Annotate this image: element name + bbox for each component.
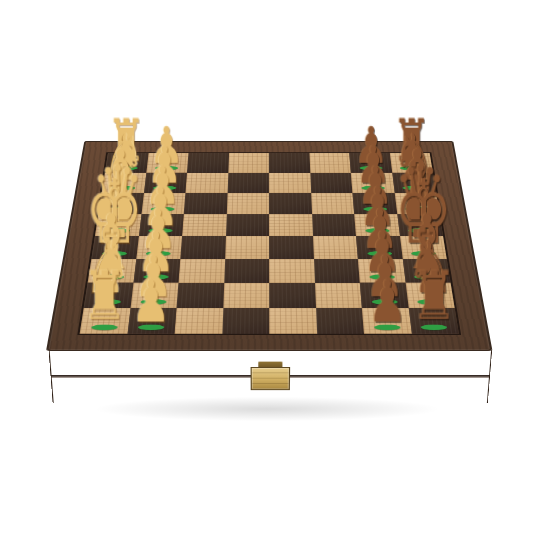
square-f3[interactable] bbox=[178, 259, 224, 283]
square-f6[interactable] bbox=[313, 259, 359, 283]
square-f5[interactable] bbox=[269, 259, 314, 283]
square-d3[interactable] bbox=[182, 214, 226, 236]
square-c5[interactable] bbox=[268, 193, 311, 214]
square-d5[interactable] bbox=[268, 214, 312, 236]
square-a5[interactable] bbox=[268, 153, 309, 173]
square-c6[interactable] bbox=[310, 193, 354, 214]
square-b6[interactable] bbox=[309, 173, 352, 193]
square-a4[interactable] bbox=[227, 153, 268, 173]
square-g5[interactable] bbox=[269, 283, 315, 308]
square-h7[interactable]: ♟ bbox=[361, 308, 411, 334]
square-c4[interactable] bbox=[226, 193, 269, 214]
brass-clasp-plate bbox=[250, 367, 289, 390]
square-b3[interactable] bbox=[185, 173, 228, 193]
square-e4[interactable] bbox=[224, 236, 268, 259]
chess-board: ♜♟♟♜♞♟♟♞♝♟♟♝♛♟♟♛♚♟♟♚♝♟♟♝♞♟♟♞♜♟♟♜ bbox=[77, 152, 461, 335]
piece-black-pawn[interactable]: ♟ bbox=[367, 273, 406, 329]
square-b5[interactable] bbox=[268, 173, 310, 193]
square-h5[interactable] bbox=[269, 308, 316, 334]
square-h2[interactable]: ♟ bbox=[127, 308, 176, 334]
case-front bbox=[48, 350, 492, 404]
piece-white-pawn[interactable]: ♟ bbox=[131, 273, 170, 329]
piece-white-rook[interactable]: ♜ bbox=[81, 265, 126, 329]
piece-black-rook[interactable]: ♜ bbox=[411, 265, 456, 329]
square-g4[interactable] bbox=[222, 283, 268, 308]
square-e3[interactable] bbox=[180, 236, 225, 259]
square-h3[interactable] bbox=[174, 308, 222, 334]
square-a3[interactable] bbox=[186, 153, 228, 173]
square-c3[interactable] bbox=[183, 193, 226, 214]
square-f4[interactable] bbox=[223, 259, 268, 283]
square-h1[interactable]: ♜ bbox=[79, 308, 129, 334]
square-b4[interactable] bbox=[227, 173, 269, 193]
square-a6[interactable] bbox=[309, 153, 351, 173]
square-h6[interactable] bbox=[315, 308, 363, 334]
chess-case: ♜♟♟♜♞♟♟♞♝♟♟♝♛♟♟♛♚♟♟♚♝♟♟♝♞♟♟♞♜♟♟♜ bbox=[45, 141, 491, 351]
brass-clasp bbox=[250, 362, 290, 391]
square-d6[interactable] bbox=[311, 214, 355, 236]
square-g3[interactable] bbox=[176, 283, 223, 308]
square-h4[interactable] bbox=[221, 308, 268, 334]
square-e6[interactable] bbox=[312, 236, 357, 259]
square-e5[interactable] bbox=[269, 236, 313, 259]
square-g6[interactable] bbox=[314, 283, 361, 308]
square-h8[interactable]: ♜ bbox=[408, 308, 459, 334]
square-d4[interactable] bbox=[225, 214, 269, 236]
product-photo-scene: ♜♟♟♜♞♟♟♞♝♟♟♝♛♟♟♛♚♟♟♚♝♟♟♝♞♟♟♞♜♟♟♜ bbox=[0, 0, 533, 533]
